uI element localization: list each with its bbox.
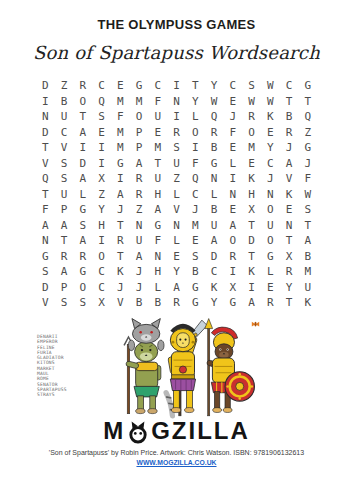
grid-cell: T [36,140,55,156]
footer-credit: 'Son of Spartapuss' by Robin Price. Artw… [0,449,353,456]
grid-cell: M [111,140,130,156]
grid-cell: J [111,280,130,296]
page: { "game": "wordsearch", "position": "DZR… [0,0,353,500]
grid-cell: R [74,249,93,265]
grid-cell: Y [92,202,111,218]
grid-cell: M [299,264,318,280]
grid-cell: C [92,264,111,280]
grid-cell: A [130,249,149,265]
grid-cell: O [224,233,243,249]
grid-cell: F [111,109,130,125]
grid-cell: T [280,295,299,311]
grid-cell: O [242,125,261,141]
grid-cell: G [299,140,318,156]
grid-cell: J [186,202,205,218]
grid-cell: G [74,202,93,218]
grid-cell: N [149,249,168,265]
grid-cell: J [111,202,130,218]
grid-cell: A [149,202,168,218]
word-list-item: STRAYS [37,392,67,397]
grid-cell: A [74,125,93,141]
middle-gladiator-cat [168,320,207,416]
grid-cell: Q [92,94,111,110]
grid-cell: G [205,156,224,172]
grid-cell: S [167,140,186,156]
grid-cell: T [280,94,299,110]
grid-cell: A [299,233,318,249]
grid-cell: A [130,156,149,172]
grid-cell: N [167,218,186,234]
grid-cell: Z [167,171,186,187]
grid-cell: A [74,171,93,187]
left-gladiator-cat [124,319,164,414]
grid-cell: E [261,125,280,141]
grid-cell: N [36,233,55,249]
grid-cell: T [55,233,74,249]
grid-cell: K [261,109,280,125]
grid-cell: N [205,171,224,187]
grid-cell: E [149,125,168,141]
grid-cell: J [130,280,149,296]
grid-cell: E [224,140,243,156]
grid-cell: C [149,78,168,94]
grid-cell: U [130,233,149,249]
grid-cell: R [280,125,299,141]
grid-cell: J [261,171,280,187]
grid-cell: A [205,233,224,249]
grid-cell: U [55,187,74,203]
grid-cell: C [92,78,111,94]
grid-cell: X [280,249,299,265]
grid-cell: H [149,187,168,203]
grid-cell: L [205,187,224,203]
grid-cell: L [261,264,280,280]
grid-cell: M [186,218,205,234]
grid-cell: I [167,78,186,94]
grid-cell: R [242,109,261,125]
grid-cell: O [74,94,93,110]
grid-cell: C [280,78,299,94]
website-link[interactable]: WWW.MOGZILLA.CO.UK [136,459,216,466]
grid-cell: R [167,125,186,141]
grid-cell: W [261,78,280,94]
grid-cell: U [149,109,168,125]
grid-cell: A [224,218,243,234]
grid-cell: N [36,109,55,125]
grid-cell: F [186,156,205,172]
grid-cell: I [92,233,111,249]
grid-cell: O [261,202,280,218]
grid-cell: E [111,78,130,94]
grid-cell: L [74,187,93,203]
grid-cell: A [111,187,130,203]
grid-cell: X [224,280,243,296]
cat-o-icon [126,419,150,445]
grid-cell: G [74,264,93,280]
grid-cell: N [167,94,186,110]
grid-cell: W [205,94,224,110]
grid-cell: I [242,280,261,296]
grid-cell: A [167,280,186,296]
grid-cell: B [130,295,149,311]
grid-cell: E [261,280,280,296]
grid-cell: G [186,295,205,311]
grid-cell: D [74,156,93,172]
grid-cell: I [224,264,243,280]
grid-cell: T [242,249,261,265]
grid-cell: C [186,187,205,203]
grid-cell: I [224,171,243,187]
grid-cell: R [111,233,130,249]
grid-cell: Z [130,202,149,218]
grid-cell: R [224,249,243,265]
grid-cell: K [299,295,318,311]
grid-cell: V [111,295,130,311]
grid-cell: G [111,156,130,172]
grid-cell: E [167,249,186,265]
grid-cell: G [224,295,243,311]
grid-cell: O [92,249,111,265]
grid-cell: A [74,233,93,249]
grid-cell: M [242,140,261,156]
grid-cell: R [205,125,224,141]
round-shield [225,372,254,401]
grid-cell: S [74,218,93,234]
grid-cell: H [149,264,168,280]
grid-cell: Q [186,171,205,187]
grid-cell: L [167,233,186,249]
grid-cell: E [186,233,205,249]
grid-cell: I [186,140,205,156]
grid-cell: D [242,233,261,249]
grid-cell: O [130,109,149,125]
grid-cell: W [299,187,318,203]
grid-cell: P [130,125,149,141]
grid-cell: K [280,187,299,203]
grid-cell: Y [205,78,224,94]
grid-cell: T [242,218,261,234]
grid-cell: I [36,94,55,110]
grid-cell: R [55,249,74,265]
grid-cell: S [55,171,74,187]
grid-cell: Y [280,280,299,296]
grid-cell: U [205,218,224,234]
grid-cell: B [299,249,318,265]
grid-cell: M [111,94,130,110]
grid-cell: J [224,109,243,125]
grid-cell: U [167,156,186,172]
grid-cell: H [242,187,261,203]
grid-cell: S [242,78,261,94]
grid-cell: J [280,140,299,156]
grid-cell: L [149,280,168,296]
grid-cell: S [55,295,74,311]
grid-cell: B [205,202,224,218]
grid-cell: G [186,280,205,296]
grid-cell: D [36,280,55,296]
grid-cell: Y [261,140,280,156]
grid-cell: S [74,295,93,311]
grid-cell: T [36,187,55,203]
grid-cell: N [261,187,280,203]
grid-cell: X [242,202,261,218]
grid-cell: L [186,109,205,125]
gladiator-cats-illustration [105,317,263,423]
grid-cell: K [242,171,261,187]
grid-cell: Z [92,187,111,203]
grid-cell: F [149,233,168,249]
grid-cell: A [55,264,74,280]
grid-cell: S [55,156,74,172]
page-title: THE OLYMPUSS GAMES [0,17,353,32]
grid-cell: I [92,140,111,156]
grid-cell: D [36,125,55,141]
grid-cell: T [299,94,318,110]
grid-cell: G [130,78,149,94]
grid-cell: C [224,78,243,94]
grid-cell: C [261,156,280,172]
grid-cell: U [149,171,168,187]
grid-cell: O [74,280,93,296]
grid-cell: Q [205,109,224,125]
grid-cell: T [280,233,299,249]
grid-cell: B [186,264,205,280]
grid-cell: U [299,280,318,296]
grid-cell: F [149,94,168,110]
grid-cell: U [261,218,280,234]
grid-cell: B [149,295,168,311]
grid-cell: V [55,140,74,156]
footer-link-row: WWW.MOGZILLA.CO.UK [0,459,353,466]
grid-cell: A [36,218,55,234]
grid-cell: N [130,218,149,234]
wordsearch-grid: DZRCEGCITYCSWCGIBOQMMFNYWEWWTTNUTSFOUILQ… [36,78,317,311]
moth-icon [252,322,259,327]
logo-text-left: M [103,417,125,445]
grid-cell: V [280,171,299,187]
puzzle-subtitle: Son of Spartapuss Wordsearch [0,42,353,63]
grid-cell: P [55,202,74,218]
grid-cell: C [205,264,224,280]
grid-cell: R [167,295,186,311]
grid-cell: B [205,140,224,156]
grid-cell: K [205,280,224,296]
grid-cell: W [242,94,261,110]
grid-cell: R [280,264,299,280]
grid-cell: G [149,218,168,234]
logo-text-right: GZILLA [151,417,250,445]
grid-cell: K [111,264,130,280]
grid-cell: T [111,218,130,234]
grid-cell: G [261,249,280,265]
right-gladiator-cat [205,319,255,416]
grid-cell: R [130,187,149,203]
grid-cell: D [205,249,224,265]
grid-cell: A [242,295,261,311]
grid-cell: E [92,125,111,141]
grid-cell: I [74,140,93,156]
grid-cell: C [55,125,74,141]
grid-cell: Q [299,109,318,125]
grid-cell: F [36,202,55,218]
grid-cell: X [92,171,111,187]
grid-cell: H [92,218,111,234]
grid-cell: E [224,94,243,110]
grid-cell: J [299,156,318,172]
grid-cell: E [224,202,243,218]
grid-cell: T [74,109,93,125]
grid-cell: I [92,156,111,172]
grid-cell: L [224,156,243,172]
grid-cell: S [299,202,318,218]
grid-cell: Y [186,94,205,110]
grid-cell: P [55,280,74,296]
grid-cell: S [36,264,55,280]
grid-cell: I [167,109,186,125]
grid-cell: U [55,109,74,125]
grid-cell: N [224,187,243,203]
grid-cell: B [55,94,74,110]
grid-cell: T [149,156,168,172]
grid-cell: R [74,78,93,94]
grid-cell: E [280,202,299,218]
grid-cell: A [280,156,299,172]
grid-cell: V [36,295,55,311]
grid-cell: R [130,171,149,187]
grid-cell: G [299,78,318,94]
grid-cell: O [186,125,205,141]
grid-cell: Z [55,78,74,94]
grid-cell: O [261,233,280,249]
grid-cell: E [242,156,261,172]
word-list: DENARIIEMPERORFELINEFURIAGLADIATORKITONS… [37,334,67,398]
grid-cell: Q [36,171,55,187]
grid-cell: R [261,295,280,311]
grid-cell: J [130,264,149,280]
grid-cell: T [299,218,318,234]
grid-cell: A [55,218,74,234]
grid-cell: T [111,249,130,265]
grid-cell: C [92,280,111,296]
grid-cell: P [130,140,149,156]
grid-cell: X [92,295,111,311]
grid-cell: W [261,94,280,110]
grid-cell: M [149,140,168,156]
grid-cell: T [186,78,205,94]
grid-cell: Y [167,264,186,280]
grid-cell: M [111,125,130,141]
grid-cell: Z [299,125,318,141]
grid-cell: F [299,171,318,187]
grid-cell: B [280,109,299,125]
grid-cell: G [36,249,55,265]
grid-cell: K [242,264,261,280]
grid-cell: F [224,125,243,141]
grid-cell: V [36,156,55,172]
grid-cell: M [130,94,149,110]
grid-cell: V [167,202,186,218]
mogzilla-logo: M GZILLA [0,417,353,445]
grid-cell: S [186,249,205,265]
grid-cell: L [167,187,186,203]
grid-cell: D [36,78,55,94]
grid-cell: S [92,109,111,125]
grid-cell: Y [205,295,224,311]
grid-cell: I [111,171,130,187]
grid-cell: N [280,218,299,234]
